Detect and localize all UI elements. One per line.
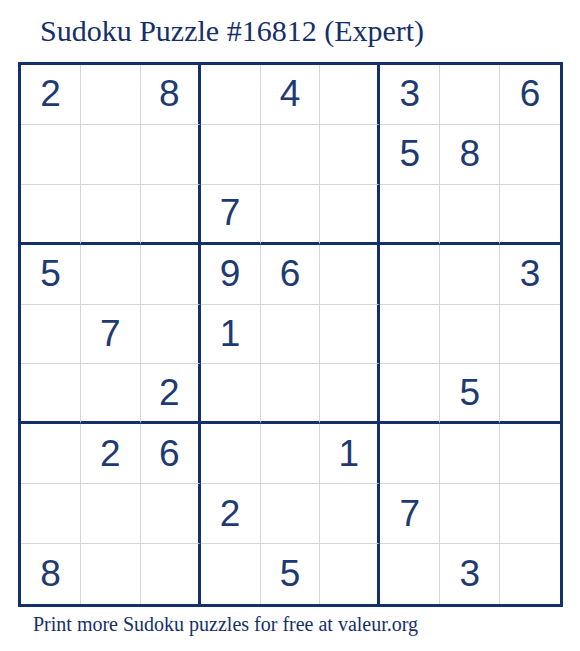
cell-r7c5[interactable] <box>261 424 321 484</box>
cell-r2c1[interactable] <box>21 125 81 185</box>
cell-r6c1[interactable] <box>21 364 81 424</box>
cell-r9c6[interactable] <box>320 544 380 604</box>
cell-r4c6[interactable] <box>320 245 380 305</box>
cell-r5c8[interactable] <box>440 305 500 365</box>
cell-r9c5[interactable]: 5 <box>261 544 321 604</box>
cell-r1c9[interactable]: 6 <box>500 65 560 125</box>
cell-r5c9[interactable] <box>500 305 560 365</box>
cell-r1c8[interactable] <box>440 65 500 125</box>
cell-r8c9[interactable] <box>500 484 560 544</box>
cell-r9c1[interactable]: 8 <box>21 544 81 604</box>
cell-r4c9[interactable]: 3 <box>500 245 560 305</box>
cell-r4c8[interactable] <box>440 245 500 305</box>
cell-r8c5[interactable] <box>261 484 321 544</box>
page-title: Sudoku Puzzle #16812 (Expert) <box>40 16 424 46</box>
cell-r5c2[interactable]: 7 <box>81 305 141 365</box>
cell-r7c8[interactable] <box>440 424 500 484</box>
cell-r2c2[interactable] <box>81 125 141 185</box>
cell-r4c3[interactable] <box>141 245 201 305</box>
cell-r8c2[interactable] <box>81 484 141 544</box>
cell-r6c9[interactable] <box>500 364 560 424</box>
cell-r9c4[interactable] <box>201 544 261 604</box>
cell-r2c4[interactable] <box>201 125 261 185</box>
cell-r3c5[interactable] <box>261 185 321 245</box>
cell-r6c2[interactable] <box>81 364 141 424</box>
cell-r3c9[interactable] <box>500 185 560 245</box>
cell-r6c7[interactable] <box>380 364 440 424</box>
cell-r8c7[interactable]: 7 <box>380 484 440 544</box>
cell-r3c2[interactable] <box>81 185 141 245</box>
cell-r2c3[interactable] <box>141 125 201 185</box>
cell-r7c9[interactable] <box>500 424 560 484</box>
cell-r4c5[interactable]: 6 <box>261 245 321 305</box>
cell-r8c1[interactable] <box>21 484 81 544</box>
cell-r6c4[interactable] <box>201 364 261 424</box>
cell-r5c5[interactable] <box>261 305 321 365</box>
cell-r3c6[interactable] <box>320 185 380 245</box>
cell-r5c7[interactable] <box>380 305 440 365</box>
cell-r8c4[interactable]: 2 <box>201 484 261 544</box>
cell-r7c1[interactable] <box>21 424 81 484</box>
cell-r5c4[interactable]: 1 <box>201 305 261 365</box>
cell-r3c8[interactable] <box>440 185 500 245</box>
cell-r8c3[interactable] <box>141 484 201 544</box>
cell-r1c2[interactable] <box>81 65 141 125</box>
cell-r9c3[interactable] <box>141 544 201 604</box>
cell-r2c9[interactable] <box>500 125 560 185</box>
cell-r7c2[interactable]: 2 <box>81 424 141 484</box>
cell-r2c8[interactable]: 8 <box>440 125 500 185</box>
cell-r4c4[interactable]: 9 <box>201 245 261 305</box>
cell-r2c5[interactable] <box>261 125 321 185</box>
cell-r5c3[interactable] <box>141 305 201 365</box>
cell-r6c6[interactable] <box>320 364 380 424</box>
cell-r1c4[interactable] <box>201 65 261 125</box>
cell-r7c3[interactable]: 6 <box>141 424 201 484</box>
cell-r6c8[interactable]: 5 <box>440 364 500 424</box>
cell-r5c1[interactable] <box>21 305 81 365</box>
cell-r1c1[interactable]: 2 <box>21 65 81 125</box>
cell-r3c4[interactable]: 7 <box>201 185 261 245</box>
cell-r9c9[interactable] <box>500 544 560 604</box>
footer-note: Print more Sudoku puzzles for free at va… <box>33 614 418 634</box>
cell-r7c4[interactable] <box>201 424 261 484</box>
cell-r1c5[interactable]: 4 <box>261 65 321 125</box>
cell-r9c7[interactable] <box>380 544 440 604</box>
cell-r8c6[interactable] <box>320 484 380 544</box>
cell-r8c8[interactable] <box>440 484 500 544</box>
cell-r1c3[interactable]: 8 <box>141 65 201 125</box>
cell-r4c1[interactable]: 5 <box>21 245 81 305</box>
cell-r3c3[interactable] <box>141 185 201 245</box>
cell-r3c7[interactable] <box>380 185 440 245</box>
cell-r1c7[interactable]: 3 <box>380 65 440 125</box>
cell-r9c2[interactable] <box>81 544 141 604</box>
cell-r4c2[interactable] <box>81 245 141 305</box>
cell-r3c1[interactable] <box>21 185 81 245</box>
cell-r6c3[interactable]: 2 <box>141 364 201 424</box>
cell-r2c6[interactable] <box>320 125 380 185</box>
sudoku-board: 284365875963712526127853 <box>18 62 563 607</box>
cell-r2c7[interactable]: 5 <box>380 125 440 185</box>
cell-r4c7[interactable] <box>380 245 440 305</box>
cell-r7c6[interactable]: 1 <box>320 424 380 484</box>
cell-r1c6[interactable] <box>320 65 380 125</box>
cell-r5c6[interactable] <box>320 305 380 365</box>
cell-r6c5[interactable] <box>261 364 321 424</box>
cell-r7c7[interactable] <box>380 424 440 484</box>
cell-r9c8[interactable]: 3 <box>440 544 500 604</box>
